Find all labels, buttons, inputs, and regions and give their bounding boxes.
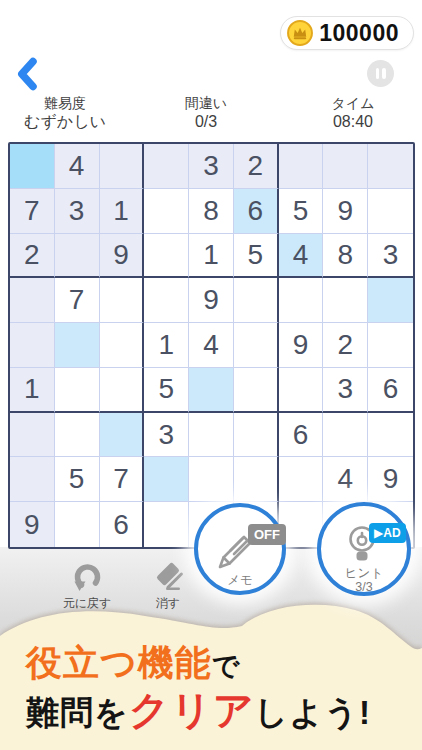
cell-r3c9[interactable]: 3 [368, 234, 413, 279]
banner-line-1: 役立つ機能で [26, 639, 240, 688]
cell-r5c5[interactable]: 4 [189, 323, 234, 368]
cell-r5c1[interactable] [10, 323, 55, 368]
cell-r8c7[interactable] [279, 457, 324, 502]
cell-r4c1[interactable] [10, 278, 55, 323]
time-stat: タイム 08:40 [283, 95, 422, 132]
cell-r4c6[interactable] [234, 278, 279, 323]
promo-banner: 役立つ機能で 難問をクリアしよう! [0, 590, 422, 750]
cell-r8c3[interactable]: 7 [100, 457, 145, 502]
cell-r4c7[interactable] [279, 278, 324, 323]
cell-r9c1[interactable]: 9 [10, 502, 55, 547]
cell-r6c6[interactable] [234, 368, 279, 413]
cell-r4c3[interactable] [100, 278, 145, 323]
hint-label: ヒント [321, 566, 407, 580]
cell-r3c2[interactable] [55, 234, 100, 279]
cell-r1c6[interactable]: 2 [234, 144, 279, 189]
cell-r2c6[interactable]: 6 [234, 189, 279, 234]
difficulty-value: むずかしい [0, 112, 135, 132]
cell-r8c1[interactable] [10, 457, 55, 502]
cell-r2c3[interactable]: 1 [100, 189, 145, 234]
difficulty-label: 難易度 [0, 95, 135, 112]
back-button[interactable] [13, 57, 43, 91]
memo-off-badge: OFF [248, 524, 286, 545]
coin-amount: 100000 [319, 20, 399, 47]
cell-r8c4[interactable] [144, 457, 189, 502]
cell-r2c4[interactable] [144, 189, 189, 234]
cell-r6c5[interactable] [189, 368, 234, 413]
cell-r5c8[interactable]: 2 [323, 323, 368, 368]
cell-r8c8[interactable]: 4 [323, 457, 368, 502]
hint-ad-badge: ▶AD [369, 523, 406, 543]
cell-r7c6[interactable] [234, 413, 279, 458]
cell-r1c7[interactable] [279, 144, 324, 189]
sudoku-grid: 43273186592915483791492153636574996 [8, 142, 415, 549]
cell-r2c2[interactable]: 3 [55, 189, 100, 234]
cell-r2c9[interactable] [368, 189, 413, 234]
cell-r2c7[interactable]: 5 [279, 189, 324, 234]
difficulty-stat: 難易度 むずかしい [0, 95, 135, 132]
chevron-left-icon [13, 57, 43, 91]
sudoku-app-screen: 100000 難易度 むずかしい 間違い 0/3 タイム 08:40 43273… [0, 0, 422, 750]
hint-button[interactable]: ▶AD ヒント 3/3 [317, 502, 411, 596]
coin-counter[interactable]: 100000 [280, 16, 414, 50]
cell-r1c4[interactable] [144, 144, 189, 189]
cell-r9c4[interactable] [144, 502, 189, 547]
cell-r4c2[interactable]: 7 [55, 278, 100, 323]
cell-r5c4[interactable]: 1 [144, 323, 189, 368]
eraser-icon [152, 560, 184, 592]
cell-r6c4[interactable]: 5 [144, 368, 189, 413]
mistakes-label: 間違い [136, 95, 276, 112]
cell-r9c3[interactable]: 6 [100, 502, 145, 547]
cell-r1c3[interactable] [100, 144, 145, 189]
pause-button[interactable] [367, 60, 394, 87]
cell-r4c4[interactable] [144, 278, 189, 323]
cell-r2c1[interactable]: 7 [10, 189, 55, 234]
cell-r3c1[interactable]: 2 [10, 234, 55, 279]
cell-r1c1[interactable] [10, 144, 55, 189]
cell-r5c3[interactable] [100, 323, 145, 368]
banner-line1-highlight: 役立つ機能 [26, 642, 212, 683]
cell-r3c7[interactable]: 4 [279, 234, 324, 279]
cell-r7c1[interactable] [10, 413, 55, 458]
memo-label: メモ [198, 573, 282, 587]
time-label: タイム [283, 95, 422, 112]
cell-r2c8[interactable]: 9 [323, 189, 368, 234]
cell-r6c9[interactable]: 6 [368, 368, 413, 413]
cell-r3c6[interactable]: 5 [234, 234, 279, 279]
cell-r6c8[interactable]: 3 [323, 368, 368, 413]
cell-r1c5[interactable]: 3 [189, 144, 234, 189]
cell-r9c2[interactable] [55, 502, 100, 547]
cell-r3c4[interactable] [144, 234, 189, 279]
cell-r7c9[interactable] [368, 413, 413, 458]
mistakes-value: 0/3 [136, 112, 276, 132]
time-value: 08:40 [283, 112, 422, 132]
cell-r8c2[interactable]: 5 [55, 457, 100, 502]
undo-arrow-icon [71, 560, 103, 592]
cell-r6c1[interactable]: 1 [10, 368, 55, 413]
cell-r7c7[interactable]: 6 [279, 413, 324, 458]
mistakes-stat: 間違い 0/3 [136, 95, 276, 132]
cell-r7c3[interactable] [100, 413, 145, 458]
pause-icon [376, 68, 380, 79]
cell-r8c5[interactable] [189, 457, 234, 502]
cell-r8c6[interactable] [234, 457, 279, 502]
cell-r8c9[interactable]: 9 [368, 457, 413, 502]
cell-r5c2[interactable] [55, 323, 100, 368]
cell-r1c2[interactable]: 4 [55, 144, 100, 189]
cell-r7c5[interactable] [189, 413, 234, 458]
cell-r1c9[interactable] [368, 144, 413, 189]
banner-line2-highlight: クリア [129, 688, 255, 732]
banner-line-2: 難問をクリアしよう! [26, 683, 371, 738]
cell-r4c9[interactable] [368, 278, 413, 323]
cell-r5c6[interactable] [234, 323, 279, 368]
cell-r7c2[interactable] [55, 413, 100, 458]
hint-count: 3/3 [321, 580, 407, 594]
cell-r6c2[interactable] [55, 368, 100, 413]
cell-r7c4[interactable]: 3 [144, 413, 189, 458]
cell-r3c3[interactable]: 9 [100, 234, 145, 279]
cell-r4c5[interactable]: 9 [189, 278, 234, 323]
cell-r5c7[interactable]: 9 [279, 323, 324, 368]
cell-r3c8[interactable]: 8 [323, 234, 368, 279]
cell-r1c8[interactable] [323, 144, 368, 189]
cell-r7c8[interactable] [323, 413, 368, 458]
memo-button[interactable]: OFF メモ [194, 503, 286, 595]
coin-icon [287, 20, 313, 46]
cell-r2c5[interactable]: 8 [189, 189, 234, 234]
cell-r6c3[interactable] [100, 368, 145, 413]
cell-r6c7[interactable] [279, 368, 324, 413]
cell-r5c9[interactable] [368, 323, 413, 368]
cell-r3c5[interactable]: 1 [189, 234, 234, 279]
cell-r4c8[interactable] [323, 278, 368, 323]
